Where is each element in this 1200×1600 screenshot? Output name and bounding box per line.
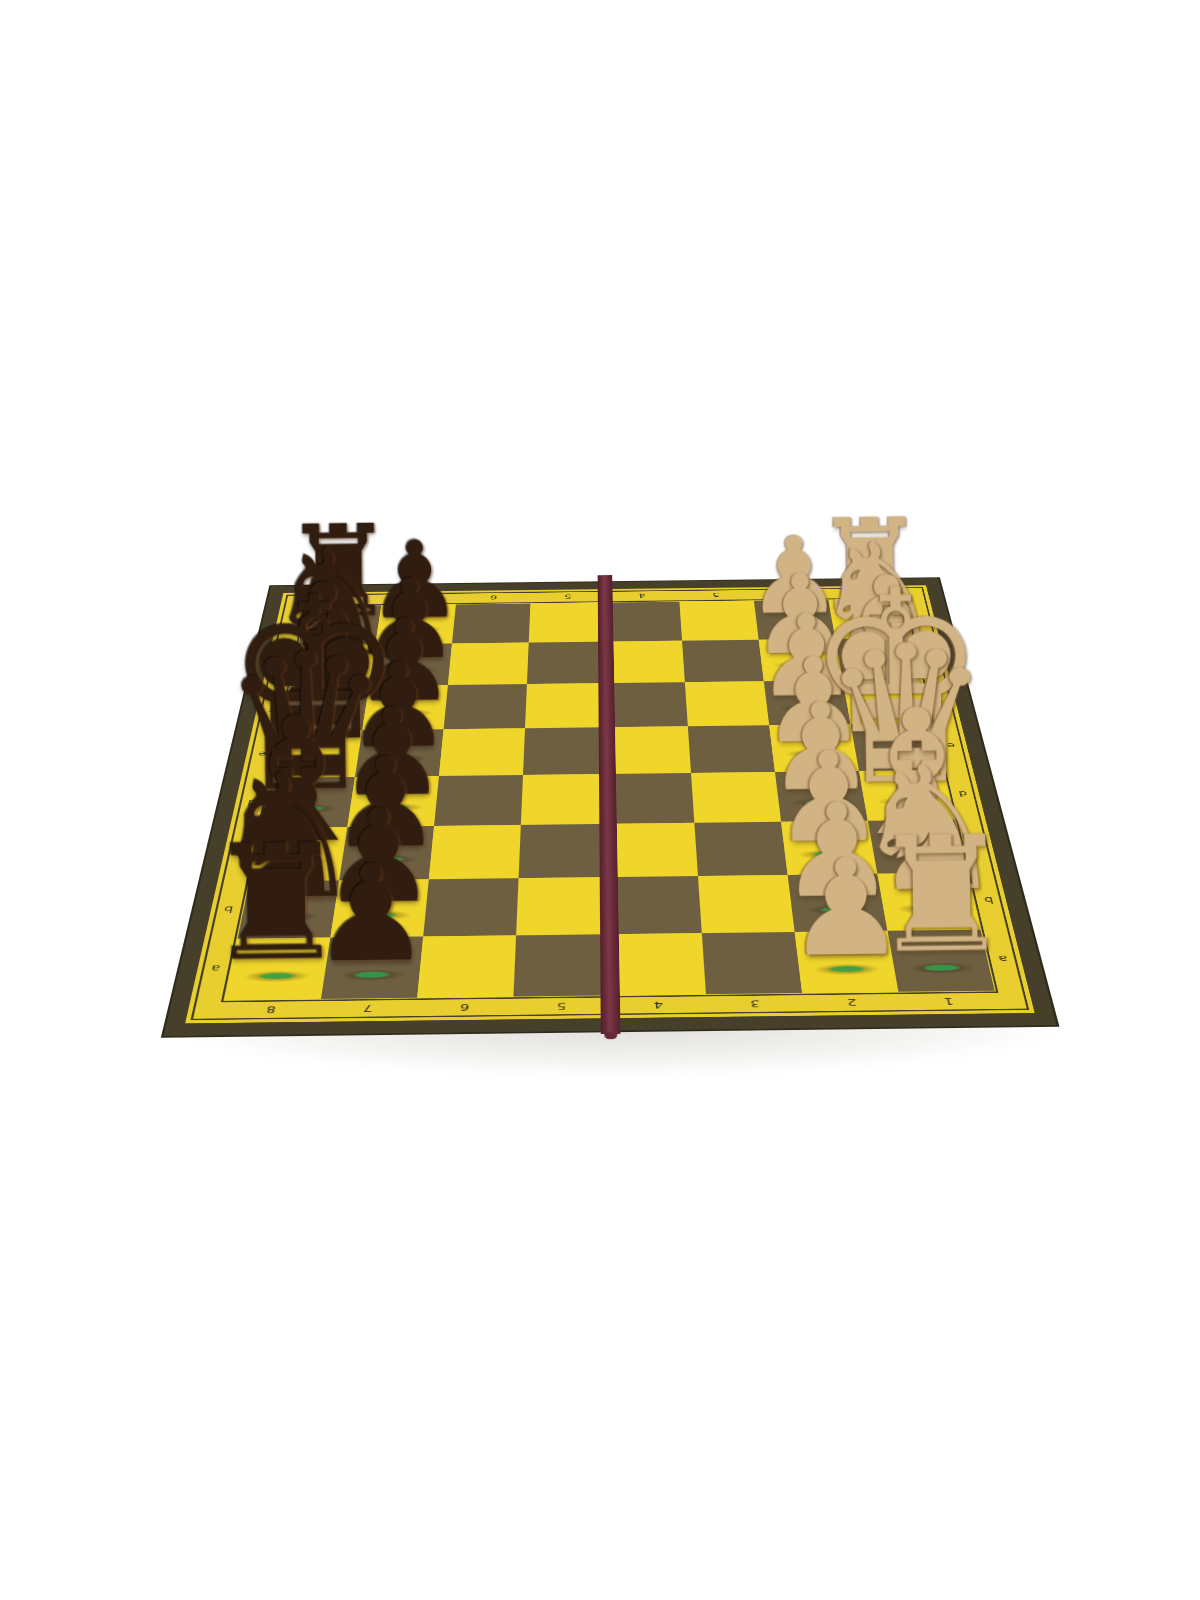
- square-g5[interactable]: [527, 642, 606, 684]
- square-d6[interactable]: [434, 775, 523, 826]
- square-h5[interactable]: [529, 603, 606, 643]
- square-a5[interactable]: [513, 934, 609, 996]
- square-b5[interactable]: [516, 877, 609, 935]
- square-e6[interactable]: [439, 728, 525, 776]
- coord-far-2: 2: [753, 589, 829, 599]
- square-f5[interactable]: [525, 683, 606, 728]
- coord-far-7: 7: [382, 594, 457, 604]
- square-a4[interactable]: [609, 933, 706, 995]
- square-e4[interactable]: [606, 726, 691, 774]
- chessboard: 87654321 87654321 hgfedcba hgfedcba ♜♟♟♜…: [161, 577, 1060, 1038]
- square-b4[interactable]: [608, 876, 702, 934]
- coord-far-4: 4: [605, 591, 680, 601]
- coord-far-3: 3: [679, 590, 754, 600]
- coord-far-6: 6: [456, 593, 531, 603]
- piece-black-rook-a8[interactable]: ♜: [204, 830, 348, 977]
- square-a8[interactable]: ♜: [225, 938, 331, 1000]
- square-d4[interactable]: [607, 773, 694, 824]
- square-a6[interactable]: [417, 935, 516, 997]
- square-a1[interactable]: ♜: [888, 930, 995, 992]
- square-b6[interactable]: [423, 878, 518, 936]
- piece-white-rook-a1[interactable]: ♜: [869, 822, 1013, 969]
- square-d5[interactable]: [521, 774, 608, 825]
- square-e5[interactable]: [523, 727, 607, 775]
- coord-far-5: 5: [530, 592, 604, 602]
- coord-far-8: 8: [307, 595, 383, 605]
- scene: 87654321 87654321 hgfedcba hgfedcba ♜♟♟♜…: [218, 385, 995, 1162]
- coord-far-1: 1: [827, 588, 903, 598]
- square-h4[interactable]: [605, 602, 682, 642]
